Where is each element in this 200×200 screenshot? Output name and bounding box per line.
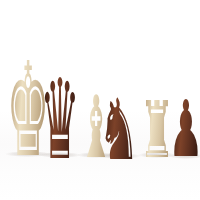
chess-piece-knight: ♞ xyxy=(98,87,140,172)
chess-piece-queen: ♛ xyxy=(40,64,80,175)
chess-pieces-photo: ♚ ♛ ♝ ♞ ♜ ♟ xyxy=(0,0,200,200)
chess-piece-pawn: ♟ xyxy=(169,90,200,168)
